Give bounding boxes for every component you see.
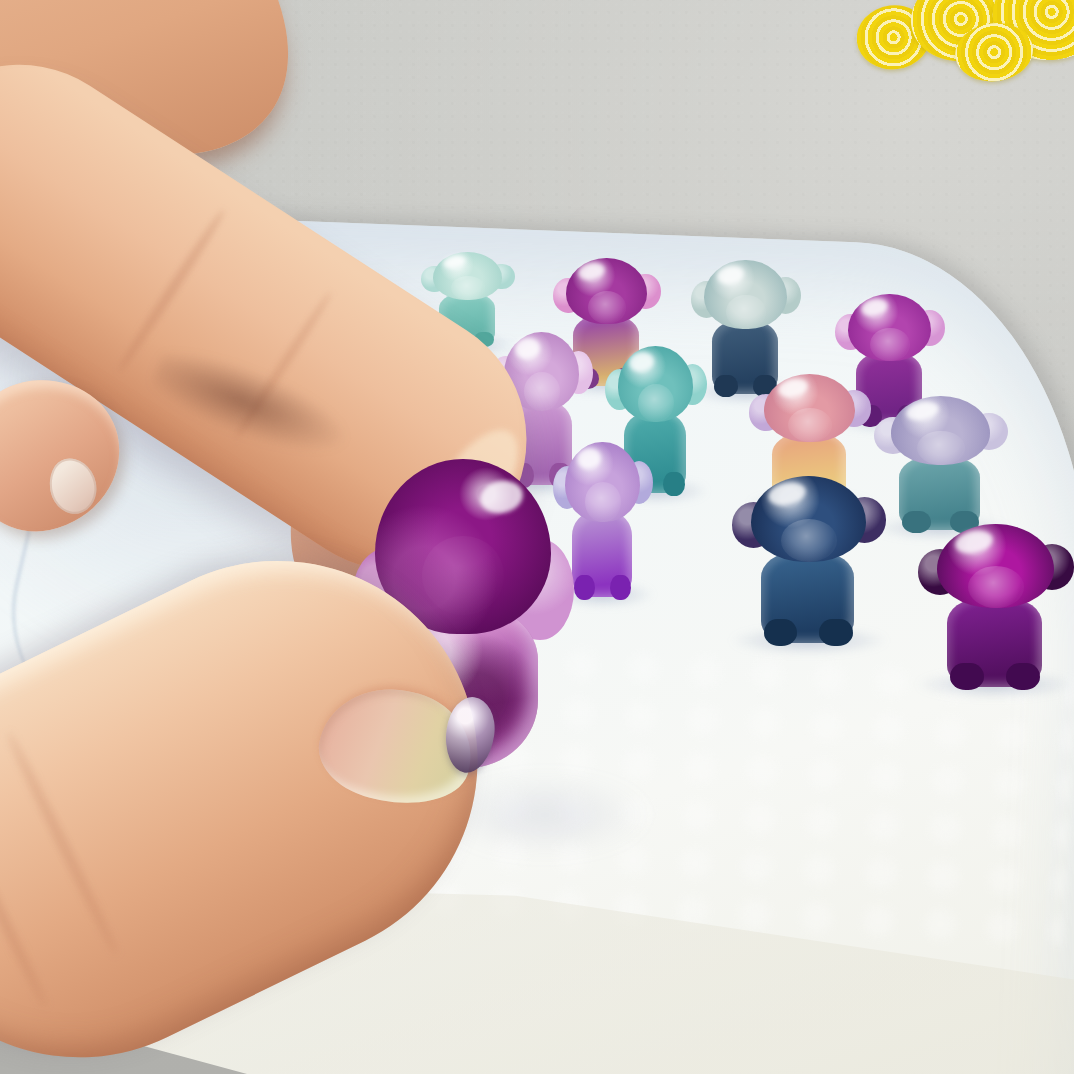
photo-scene [0, 0, 1074, 1074]
figurine-muzzle [422, 536, 503, 616]
thumb-crease [4, 730, 121, 957]
thumb-crease [0, 753, 51, 1009]
